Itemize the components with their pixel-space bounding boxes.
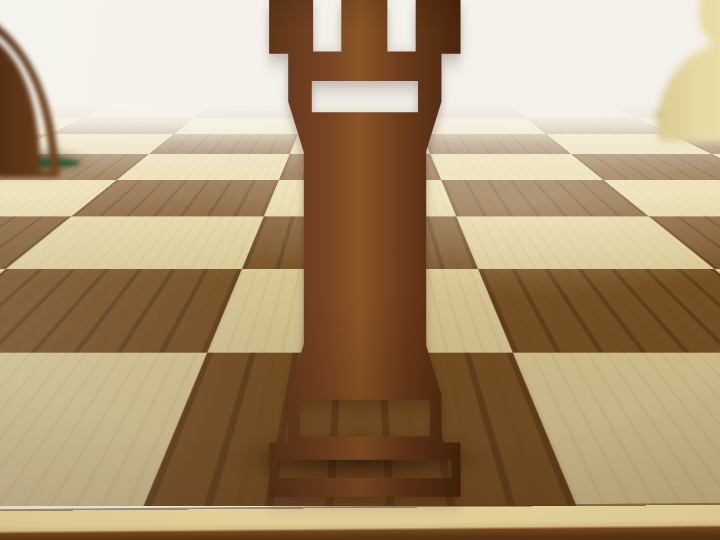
black-rook-glyph: ♜ bbox=[213, 0, 518, 540]
white-pawn-glyph: ♟ bbox=[614, 0, 720, 209]
black-rook-piece: ♜ bbox=[213, 0, 508, 540]
black-knight-glyph: ♞ bbox=[0, 0, 103, 239]
chess-photo-stage: ♞ ♟ ♞ ♟ ♜ bbox=[0, 0, 720, 540]
black-knight-piece: ♞ bbox=[0, 0, 95, 218]
white-pawn-piece: ♟ bbox=[614, 0, 720, 186]
